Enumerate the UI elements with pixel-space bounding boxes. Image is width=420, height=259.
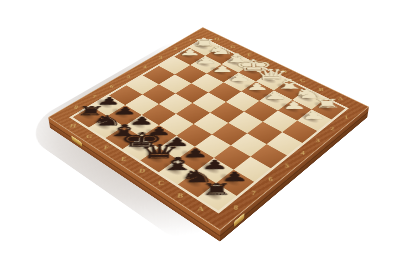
square-a7	[216, 169, 254, 195]
square-d6	[177, 124, 212, 147]
square-a2	[297, 109, 331, 131]
square-b4	[247, 121, 282, 143]
square-f7	[124, 114, 159, 136]
square-e6	[159, 113, 194, 135]
square-e7	[141, 125, 176, 148]
square-d7	[159, 135, 195, 159]
square-e8	[123, 136, 159, 160]
square-c8	[159, 159, 196, 184]
square-d5	[194, 112, 229, 134]
board-frame	[48, 27, 369, 230]
square-c7	[177, 146, 214, 170]
square-b5	[231, 133, 267, 156]
square-b3	[263, 110, 297, 132]
square-c6	[195, 134, 231, 157]
square-c5	[212, 122, 247, 145]
square-g8	[89, 116, 124, 138]
square-b6	[214, 145, 251, 169]
square-a3	[282, 120, 317, 142]
square-a8	[198, 183, 237, 210]
square-b7	[196, 157, 233, 182]
chess-set-photo: HGFEDCBA HGFEDCBA 12345678 12345678 ♜♞♝♛…	[0, 0, 420, 259]
square-a4	[267, 132, 303, 155]
square-b8	[178, 170, 216, 196]
square-c4	[228, 111, 263, 133]
square-d8	[140, 147, 177, 171]
square-a6	[234, 156, 271, 181]
square-a5	[250, 144, 286, 168]
square-f8	[105, 126, 141, 149]
chess-board: HGFEDCBA HGFEDCBA 12345678 12345678 ♜♞♝♛…	[48, 27, 369, 230]
